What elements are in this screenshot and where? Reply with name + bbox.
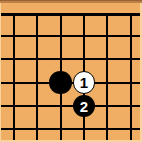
white-stone-1: 1	[73, 71, 96, 94]
crop-edge-left	[0, 3, 1, 142]
top-border-light-strip	[0, 1, 142, 3]
stones-layer: 12	[0, 0, 142, 142]
black-stone	[49, 71, 72, 94]
black-stone-2: 2	[73, 95, 96, 118]
stone-move-number: 1	[80, 75, 88, 90]
crop-edge-right	[140, 3, 142, 142]
go-board-diagram: 12	[0, 0, 142, 142]
crop-edge-bottom	[0, 140, 142, 142]
stone-move-number: 2	[80, 99, 88, 114]
